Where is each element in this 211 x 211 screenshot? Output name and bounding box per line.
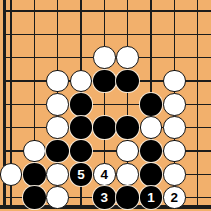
black-stone: [140, 93, 163, 116]
black-stone: [93, 116, 116, 139]
white-stone-move-4: 4: [93, 163, 116, 186]
white-stone: [163, 116, 186, 139]
black-stone: [70, 140, 93, 163]
white-stone: [116, 163, 139, 186]
black-stone: [70, 93, 93, 116]
white-stone: [46, 186, 69, 209]
go-board: 54312: [0, 0, 211, 211]
white-stone: [70, 70, 93, 93]
white-stone-move-2: 2: [163, 186, 186, 209]
black-stone-move-3: 3: [93, 186, 116, 209]
white-stone: [163, 70, 186, 93]
white-stone: [46, 93, 69, 116]
white-stone: [0, 163, 22, 186]
white-stone: [140, 116, 163, 139]
black-stone: [23, 186, 46, 209]
black-stone: [93, 70, 116, 93]
white-stone: [163, 140, 186, 163]
black-stone: [116, 186, 139, 209]
white-stone: [116, 46, 139, 69]
white-stone: [93, 46, 116, 69]
black-stone: [23, 163, 46, 186]
white-stone: [46, 70, 69, 93]
white-stone: [46, 116, 69, 139]
black-stone: [140, 140, 163, 163]
black-stone-move-5: 5: [70, 163, 93, 186]
black-stone: [116, 116, 139, 139]
white-stone: [163, 163, 186, 186]
white-stone: [163, 93, 186, 116]
black-stone: [140, 163, 163, 186]
black-stone-move-1: 1: [140, 186, 163, 209]
black-stone: [46, 140, 69, 163]
white-stone: [23, 140, 46, 163]
white-stone: [116, 140, 139, 163]
black-stone: [70, 116, 93, 139]
white-stone: [46, 163, 69, 186]
black-stone: [116, 70, 139, 93]
grid-line-vertical: [197, 0, 198, 207]
